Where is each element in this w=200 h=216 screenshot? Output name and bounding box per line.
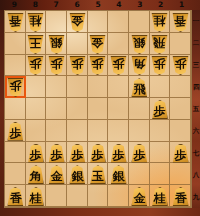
square-2b[interactable]: 飛 [150,33,171,55]
piece-glyph: 歩 [133,148,145,163]
piece-sente-6g[interactable]: 歩 [69,144,86,163]
piece-sente-3g[interactable]: 歩 [131,144,148,163]
piece-glyph: 歩 [9,78,21,93]
square-5f[interactable] [88,120,109,142]
piece-glyph: 角 [133,56,145,71]
piece-gote-8c[interactable]: 歩 [27,56,44,75]
piece-gote-5c[interactable]: 歩 [89,56,106,75]
file-label-4: 4 [108,0,129,10]
square-1i[interactable]: 香 [170,185,191,207]
square-3e[interactable] [129,98,150,120]
piece-gote-3c[interactable]: 角 [131,56,148,75]
square-2i[interactable]: 桂 [150,185,171,207]
square-7f[interactable] [46,120,67,142]
piece-gote-4c[interactable]: 歩 [110,56,127,75]
square-1b[interactable] [170,33,191,55]
square-2d[interactable] [150,76,171,98]
square-9d[interactable]: 歩 [5,76,26,98]
square-9c[interactable] [5,55,26,77]
piece-gote-6c[interactable]: 歩 [69,56,86,75]
piece-sente-2i[interactable]: 桂 [151,187,168,206]
piece-glyph: 歩 [51,148,63,163]
square-1h[interactable] [170,163,191,185]
piece-gote-2a[interactable]: 桂 [151,13,168,32]
square-4d[interactable] [108,76,129,98]
square-1e[interactable] [170,98,191,120]
piece-sente-4h[interactable]: 銀 [110,165,127,184]
square-9b[interactable] [5,33,26,55]
square-8e[interactable] [26,98,47,120]
piece-glyph: 金 [51,169,63,184]
square-4a[interactable] [108,11,129,33]
square-8d[interactable] [26,76,47,98]
square-1a[interactable]: 香 [170,11,191,33]
piece-glyph: 歩 [92,148,104,163]
piece-sente-1i[interactable]: 香 [172,187,189,206]
piece-glyph: 銀 [51,35,63,50]
piece-gote-1a[interactable]: 香 [172,13,189,32]
piece-glyph: 歩 [30,56,42,71]
square-4h[interactable]: 銀 [108,163,129,185]
piece-glyph: 歩 [154,104,166,119]
rank-label-5: 五 [192,98,200,120]
piece-glyph: 桂 [154,13,166,28]
piece-sente-5g[interactable]: 歩 [89,144,106,163]
square-8h[interactable]: 角 [26,163,47,185]
square-9g[interactable] [5,142,26,164]
piece-glyph: 歩 [175,148,187,163]
square-8f[interactable] [26,120,47,142]
piece-gote-7b[interactable]: 銀 [48,35,65,54]
square-5d[interactable] [88,76,109,98]
piece-glyph: 歩 [154,56,166,71]
square-7g[interactable]: 歩 [46,142,67,164]
piece-glyph: 歩 [71,56,83,71]
rank-label-7: 七 [192,142,200,164]
shogi-board[interactable]: 香桂金桂香王銀金銀飛歩歩歩歩歩角歩歩歩飛歩歩歩歩歩歩歩歩歩角金銀玉銀香桂金桂香 [4,10,192,208]
square-8a[interactable]: 桂 [26,11,47,33]
piece-sente-3i[interactable]: 金 [131,187,148,206]
square-7b[interactable]: 銀 [46,33,67,55]
piece-sente-2e[interactable]: 歩 [151,100,168,119]
square-3a[interactable] [129,11,150,33]
square-6a[interactable]: 金 [67,11,88,33]
piece-glyph: 歩 [92,56,104,71]
square-3i[interactable]: 金 [129,185,150,207]
piece-glyph: 歩 [175,56,187,71]
square-5i[interactable] [88,185,109,207]
square-2g[interactable] [150,142,171,164]
piece-gote-8a[interactable]: 桂 [27,13,44,32]
square-4e[interactable] [108,98,129,120]
piece-glyph: 金 [92,35,104,50]
square-6h[interactable]: 銀 [67,163,88,185]
square-8c[interactable]: 歩 [26,55,47,77]
piece-gote-2c[interactable]: 歩 [151,56,168,75]
square-3c[interactable]: 角 [129,55,150,77]
piece-sente-6h[interactable]: 銀 [69,165,86,184]
square-3g[interactable]: 歩 [129,142,150,164]
square-8g[interactable]: 歩 [26,142,47,164]
shogi-app: 987654321 一二三四五六七八九 香桂金桂香王銀金銀飛歩歩歩歩歩角歩歩歩飛… [0,0,200,216]
square-3b[interactable]: 銀 [129,33,150,55]
square-6g[interactable]: 歩 [67,142,88,164]
piece-glyph: 歩 [30,148,42,163]
square-2e[interactable]: 歩 [150,98,171,120]
piece-gote-7c[interactable]: 歩 [48,56,65,75]
file-coordinate-labels: 987654321 [4,0,192,10]
piece-glyph: 歩 [71,148,83,163]
square-7i[interactable] [46,185,67,207]
piece-glyph: 香 [175,13,187,28]
square-3d[interactable]: 飛 [129,76,150,98]
file-label-6: 6 [67,0,88,10]
file-label-7: 7 [46,0,67,10]
piece-glyph: 飛 [133,82,145,97]
square-9i[interactable]: 香 [5,185,26,207]
piece-gote-2b[interactable]: 飛 [151,35,168,54]
piece-gote-9d[interactable]: 歩 [7,78,24,97]
square-4f[interactable] [108,120,129,142]
square-2c[interactable]: 歩 [150,55,171,77]
piece-glyph: 桂 [154,191,166,206]
piece-glyph: 玉 [92,169,104,184]
piece-sente-5h[interactable]: 玉 [89,165,106,184]
square-7a[interactable] [46,11,67,33]
square-9h[interactable] [5,163,26,185]
piece-glyph: 香 [9,191,21,206]
square-6f[interactable] [67,120,88,142]
square-8i[interactable]: 桂 [26,185,47,207]
square-5e[interactable] [88,98,109,120]
square-9e[interactable] [5,98,26,120]
square-6e[interactable] [67,98,88,120]
piece-glyph: 王 [30,35,42,50]
rank-label-4: 四 [192,76,200,98]
piece-gote-5b[interactable]: 金 [89,35,106,54]
file-label-1: 1 [171,0,192,10]
square-2h[interactable] [150,163,171,185]
piece-glyph: 金 [133,191,145,206]
square-9f[interactable]: 歩 [5,120,26,142]
rank-label-2: 二 [192,32,200,54]
square-1f[interactable] [170,120,191,142]
piece-glyph: 歩 [51,56,63,71]
square-2a[interactable]: 桂 [150,11,171,33]
piece-glyph: 角 [30,169,42,184]
square-6d[interactable] [67,76,88,98]
square-4i[interactable] [108,185,129,207]
square-6b[interactable] [67,33,88,55]
square-4b[interactable] [108,33,129,55]
square-5a[interactable] [88,11,109,33]
file-label-8: 8 [25,0,46,10]
piece-sente-1g[interactable]: 歩 [172,144,189,163]
rank-coordinate-labels: 一二三四五六七八九 [192,10,200,208]
square-4g[interactable]: 歩 [108,142,129,164]
piece-glyph: 飛 [154,35,166,50]
rank-label-3: 三 [192,54,200,76]
piece-sente-8h[interactable]: 角 [27,165,44,184]
piece-glyph: 銀 [113,169,125,184]
piece-glyph: 桂 [30,13,42,28]
piece-glyph: 香 [175,191,187,206]
piece-glyph: 香 [9,13,21,28]
file-label-9: 9 [4,0,25,10]
piece-glyph: 金 [71,13,83,28]
piece-glyph: 桂 [30,191,42,206]
square-7e[interactable] [46,98,67,120]
square-6c[interactable]: 歩 [67,55,88,77]
piece-glyph: 歩 [113,56,125,71]
piece-sente-3d[interactable]: 飛 [131,78,148,97]
piece-glyph: 歩 [113,148,125,163]
piece-sente-8i[interactable]: 桂 [27,187,44,206]
piece-sente-9f[interactable]: 歩 [7,122,24,141]
square-1d[interactable] [170,76,191,98]
square-8b[interactable]: 王 [26,33,47,55]
square-5b[interactable]: 金 [88,33,109,55]
piece-sente-7h[interactable]: 金 [48,165,65,184]
square-6i[interactable] [67,185,88,207]
rank-label-8: 八 [192,164,200,186]
square-5h[interactable]: 玉 [88,163,109,185]
square-1c[interactable]: 歩 [170,55,191,77]
rank-label-1: 一 [192,10,200,32]
piece-glyph: 銀 [133,35,145,50]
square-4c[interactable]: 歩 [108,55,129,77]
piece-sente-8g[interactable]: 歩 [27,144,44,163]
rank-label-9: 九 [192,186,200,208]
square-3h[interactable] [129,163,150,185]
square-3f[interactable] [129,120,150,142]
piece-glyph: 銀 [71,169,83,184]
piece-gote-3b[interactable]: 銀 [131,35,148,54]
board-frame-bottom [0,208,200,216]
square-5c[interactable]: 歩 [88,55,109,77]
file-label-2: 2 [150,0,171,10]
piece-gote-6a[interactable]: 金 [69,13,86,32]
piece-sente-7g[interactable]: 歩 [48,144,65,163]
piece-gote-1c[interactable]: 歩 [172,56,189,75]
square-5g[interactable]: 歩 [88,142,109,164]
piece-gote-8b[interactable]: 王 [27,35,44,54]
square-9a[interactable]: 香 [5,11,26,33]
piece-sente-9i[interactable]: 香 [7,187,24,206]
piece-sente-4g[interactable]: 歩 [110,144,127,163]
square-7h[interactable]: 金 [46,163,67,185]
piece-glyph: 歩 [9,126,21,141]
file-label-3: 3 [129,0,150,10]
square-7c[interactable]: 歩 [46,55,67,77]
file-label-5: 5 [88,0,109,10]
square-2f[interactable] [150,120,171,142]
square-7d[interactable] [46,76,67,98]
piece-gote-9a[interactable]: 香 [7,13,24,32]
rank-label-6: 六 [192,120,200,142]
square-1g[interactable]: 歩 [170,142,191,164]
